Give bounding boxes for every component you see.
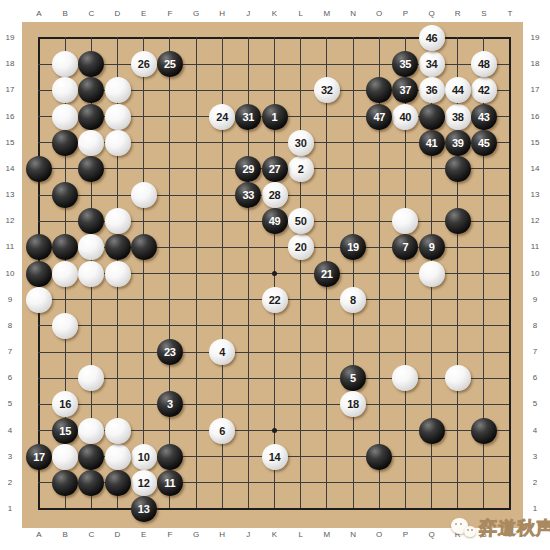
row-label-7: 7 (527, 347, 543, 357)
stone-j16: 31 (235, 104, 261, 130)
row-label-12: 12 (2, 216, 18, 226)
stone-d17 (105, 77, 131, 103)
row-label-15: 15 (2, 138, 18, 148)
stone-f5: 3 (157, 391, 183, 417)
stone-h16: 24 (209, 104, 235, 130)
stone-o3 (366, 444, 392, 470)
column-label-d: D (110, 9, 126, 19)
stone-m17: 32 (314, 77, 340, 103)
stone-d2 (105, 470, 131, 496)
column-label-a: A (31, 9, 47, 19)
grid-line-horizontal (38, 325, 511, 326)
stone-b16 (52, 104, 78, 130)
row-label-19: 19 (2, 33, 18, 43)
row-label-6: 6 (2, 373, 18, 383)
row-label-4: 4 (2, 426, 18, 436)
stone-n6: 5 (340, 365, 366, 391)
stone-b18 (52, 51, 78, 77)
stone-p6 (392, 365, 418, 391)
column-label-e: E (136, 530, 152, 540)
stone-p17: 37 (392, 77, 418, 103)
row-label-12: 12 (527, 216, 543, 226)
stone-c18 (78, 51, 104, 77)
stone-j13: 33 (235, 182, 261, 208)
stone-b10 (52, 261, 78, 287)
stone-q10 (419, 261, 445, 287)
stone-c2 (78, 470, 104, 496)
stone-k14: 27 (262, 156, 288, 182)
row-label-3: 3 (527, 452, 543, 462)
row-label-7: 7 (2, 347, 18, 357)
row-label-16: 16 (2, 112, 18, 122)
stone-d12 (105, 208, 131, 234)
stone-b11 (52, 234, 78, 260)
row-label-17: 17 (527, 85, 543, 95)
stone-f18: 25 (157, 51, 183, 77)
stone-o17 (366, 77, 392, 103)
stone-c10 (78, 261, 104, 287)
stone-s4 (471, 418, 497, 444)
column-label-n: N (345, 530, 361, 540)
stone-r6 (445, 365, 471, 391)
stone-e1: 13 (131, 496, 157, 522)
row-label-18: 18 (2, 59, 18, 69)
stone-p18: 35 (392, 51, 418, 77)
row-label-18: 18 (527, 59, 543, 69)
column-label-g: G (188, 9, 204, 19)
row-label-1: 1 (2, 504, 18, 514)
row-label-14: 14 (527, 164, 543, 174)
stone-e18: 26 (131, 51, 157, 77)
watermark: 弈道秋声 (449, 509, 549, 547)
column-label-b: B (57, 530, 73, 540)
stone-s15: 45 (471, 130, 497, 156)
column-label-h: H (214, 530, 230, 540)
stone-q18: 34 (419, 51, 445, 77)
stone-q4 (419, 418, 445, 444)
column-label-j: J (240, 9, 256, 19)
stone-c4 (78, 418, 104, 444)
grid-line-horizontal (38, 508, 511, 510)
stone-r15: 39 (445, 130, 471, 156)
row-label-4: 4 (527, 426, 543, 436)
row-label-17: 17 (2, 85, 18, 95)
column-label-l: L (293, 530, 309, 540)
row-label-19: 19 (527, 33, 543, 43)
stone-d16 (105, 104, 131, 130)
wechat-bubble-small (464, 526, 476, 537)
stone-e11 (131, 234, 157, 260)
watermark-text: 弈道秋声 (478, 513, 550, 543)
stone-c3 (78, 444, 104, 470)
column-label-l: L (293, 9, 309, 19)
stone-c11 (78, 234, 104, 260)
wechat-icon (449, 513, 479, 543)
stone-s17: 42 (471, 77, 497, 103)
stone-c16 (78, 104, 104, 130)
stone-k9: 22 (262, 287, 288, 313)
column-label-o: O (371, 530, 387, 540)
column-label-b: B (57, 9, 73, 19)
board-background: 1234567891011121314151617181920212223242… (22, 22, 523, 528)
column-label-p: P (397, 9, 413, 19)
stone-e2: 12 (131, 470, 157, 496)
stone-e3: 10 (131, 444, 157, 470)
row-label-2: 2 (2, 478, 18, 488)
stone-q17: 36 (419, 77, 445, 103)
stone-n5: 18 (340, 391, 366, 417)
column-label-p: P (397, 530, 413, 540)
stone-d11 (105, 234, 131, 260)
stone-r12 (445, 208, 471, 234)
stone-k12: 49 (262, 208, 288, 234)
grid-line-horizontal (38, 378, 511, 379)
stone-b4: 15 (52, 418, 78, 444)
column-label-c: C (83, 9, 99, 19)
column-label-f: F (162, 9, 178, 19)
column-label-k: K (267, 530, 283, 540)
grid-line-vertical (300, 37, 301, 510)
column-label-q: Q (424, 530, 440, 540)
stone-a9 (26, 287, 52, 313)
column-label-e: E (136, 9, 152, 19)
stone-b17 (52, 77, 78, 103)
row-label-13: 13 (527, 190, 543, 200)
column-label-g: G (188, 530, 204, 540)
column-label-m: M (319, 530, 335, 540)
row-label-11: 11 (527, 242, 543, 252)
stone-f7: 23 (157, 339, 183, 365)
row-label-10: 10 (527, 269, 543, 279)
stone-n9: 8 (340, 287, 366, 313)
stone-k3: 14 (262, 444, 288, 470)
row-label-15: 15 (527, 138, 543, 148)
row-label-3: 3 (2, 452, 18, 462)
star-point-k10 (272, 271, 277, 276)
stone-p12 (392, 208, 418, 234)
stone-l12: 50 (288, 208, 314, 234)
go-board-diagram: 1234567891011121314151617181920212223242… (0, 0, 550, 550)
stone-a10 (26, 261, 52, 287)
row-label-2: 2 (527, 478, 543, 488)
stone-b2 (52, 470, 78, 496)
row-label-13: 13 (2, 190, 18, 200)
stone-q15: 41 (419, 130, 445, 156)
stone-c6 (78, 365, 104, 391)
row-label-9: 9 (527, 295, 543, 305)
column-label-t: T (502, 9, 518, 19)
stone-d3 (105, 444, 131, 470)
row-label-8: 8 (527, 321, 543, 331)
stone-n11: 19 (340, 234, 366, 260)
stone-d15 (105, 130, 131, 156)
column-label-r: R (450, 9, 466, 19)
grid-line-horizontal (38, 352, 511, 353)
column-label-f: F (162, 530, 178, 540)
row-label-6: 6 (527, 373, 543, 383)
row-label-11: 11 (2, 242, 18, 252)
stone-r16: 38 (445, 104, 471, 130)
column-label-n: N (345, 9, 361, 19)
stone-o16: 47 (366, 104, 392, 130)
stone-h4: 6 (209, 418, 235, 444)
column-label-m: M (319, 9, 335, 19)
grid-line-vertical (353, 37, 354, 510)
stone-c17 (78, 77, 104, 103)
stone-f2: 11 (157, 470, 183, 496)
stone-p16: 40 (392, 104, 418, 130)
stone-a14 (26, 156, 52, 182)
grid-line-horizontal (38, 404, 511, 405)
stone-q16 (419, 104, 445, 130)
star-point-k4 (272, 428, 277, 433)
stone-k13: 28 (262, 182, 288, 208)
row-label-5: 5 (2, 399, 18, 409)
stone-b8 (52, 313, 78, 339)
column-label-c: C (83, 530, 99, 540)
stone-s16: 43 (471, 104, 497, 130)
row-label-8: 8 (2, 321, 18, 331)
stone-f3 (157, 444, 183, 470)
column-label-j: J (240, 530, 256, 540)
stone-b13 (52, 182, 78, 208)
column-label-k: K (267, 9, 283, 19)
stone-r17: 44 (445, 77, 471, 103)
stone-d4 (105, 418, 131, 444)
stone-l11: 20 (288, 234, 314, 260)
column-label-d: D (110, 530, 126, 540)
stone-b3 (52, 444, 78, 470)
stone-s18: 48 (471, 51, 497, 77)
stone-c14 (78, 156, 104, 182)
stone-q19: 46 (419, 25, 445, 51)
stone-a11 (26, 234, 52, 260)
stone-k16: 1 (262, 104, 288, 130)
column-label-a: A (31, 530, 47, 540)
column-label-o: O (371, 9, 387, 19)
stone-e13 (131, 182, 157, 208)
stone-l15: 30 (288, 130, 314, 156)
row-label-9: 9 (2, 295, 18, 305)
stone-a3: 17 (26, 444, 52, 470)
stone-b15 (52, 130, 78, 156)
stone-p11: 7 (392, 234, 418, 260)
stone-m10: 21 (314, 261, 340, 287)
stone-c15 (78, 130, 104, 156)
row-label-10: 10 (2, 269, 18, 279)
row-label-16: 16 (527, 112, 543, 122)
stone-h7: 4 (209, 339, 235, 365)
stone-b5: 16 (52, 391, 78, 417)
stone-j14: 29 (235, 156, 261, 182)
grid-line-vertical (509, 37, 511, 510)
row-label-14: 14 (2, 164, 18, 174)
stone-q11: 9 (419, 234, 445, 260)
stone-c12 (78, 208, 104, 234)
stone-l14: 2 (288, 156, 314, 182)
row-label-5: 5 (527, 399, 543, 409)
stone-r14 (445, 156, 471, 182)
stone-d10 (105, 261, 131, 287)
column-label-q: Q (424, 9, 440, 19)
column-label-h: H (214, 9, 230, 19)
column-label-s: S (476, 9, 492, 19)
